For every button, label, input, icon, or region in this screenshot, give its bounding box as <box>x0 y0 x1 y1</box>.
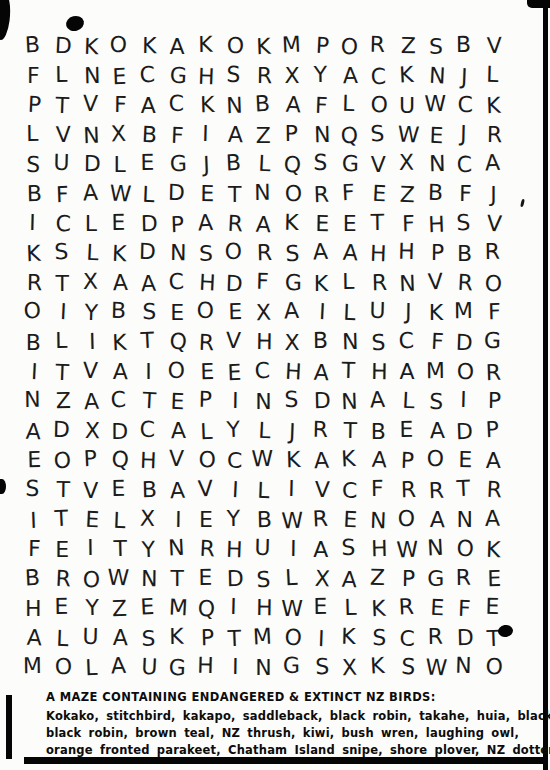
grid-cell: E <box>104 474 133 504</box>
grid-cell: I <box>190 118 219 148</box>
grid-cell: K <box>19 239 49 270</box>
grid-cell: M <box>163 593 193 624</box>
grid-cell: A <box>305 237 335 268</box>
grid-cell: E <box>132 592 162 623</box>
grid-cell: A <box>163 32 192 62</box>
grid-cell: V <box>190 473 220 504</box>
grid-cell: L <box>276 562 306 593</box>
grid-cell: K <box>479 91 509 122</box>
grid-cell: T <box>48 269 77 299</box>
page-border-top-right <box>527 0 550 8</box>
grid-cell: V <box>77 476 106 506</box>
grid-cell: V <box>161 444 190 474</box>
grid-cell: B <box>135 475 164 505</box>
grid-cell: P <box>19 90 49 121</box>
grid-cell: E <box>421 120 451 151</box>
grid-cell: A <box>276 296 306 327</box>
caption-line-1: Kokako, stitchbird, kakapo, saddleback, … <box>46 708 550 725</box>
grid-cell: V <box>307 475 336 505</box>
grid-cell: I <box>48 297 78 328</box>
grid-cell: A <box>477 148 507 179</box>
grid-cell: S <box>422 32 451 62</box>
grid-cell: P <box>190 385 219 415</box>
grid-cell: I <box>164 504 193 534</box>
grid-cell: O <box>219 237 248 267</box>
grid-cell: R <box>480 120 509 150</box>
grid-cell: O <box>391 503 420 533</box>
grid-cell: R <box>421 475 451 506</box>
grid-cell: T <box>47 357 77 388</box>
grid-cell: W <box>106 178 136 209</box>
grid-cell: F <box>363 474 392 504</box>
grid-cell: H <box>391 237 420 267</box>
grid-cell: S <box>364 327 394 358</box>
grid-cell: I <box>75 533 104 563</box>
grid-cell: A <box>106 356 135 386</box>
grid-cell: N <box>135 564 164 594</box>
grid-cell: R <box>221 208 251 239</box>
grid-cell: I <box>279 534 308 564</box>
grid-cell: K <box>135 31 164 61</box>
grid-cell: N <box>449 651 478 681</box>
grid-cell: R <box>393 475 422 505</box>
grid-cell: K <box>76 31 106 62</box>
grid-cell: K <box>333 444 363 475</box>
grid-cell: L <box>77 238 107 269</box>
grid-cell: E <box>422 593 452 624</box>
grid-cell: E <box>221 297 250 327</box>
grid-cell: Q <box>163 326 193 357</box>
grid-cell: Y <box>76 298 106 329</box>
grid-cell: O <box>335 31 365 62</box>
grid-cell: S <box>305 148 334 178</box>
grid-cell: Z <box>48 386 77 416</box>
grid-cell: D <box>133 237 162 267</box>
grid-cell: F <box>162 120 192 151</box>
grid-cell: A <box>19 622 49 653</box>
grid-cell: I <box>221 474 251 505</box>
grid-cell: R <box>479 357 509 388</box>
grid-cell: O <box>480 652 509 682</box>
grid-cell: Z <box>394 31 423 61</box>
grid-cell: P <box>392 446 422 477</box>
grid-cell: A <box>278 90 308 121</box>
grid-cell: B <box>134 119 164 150</box>
grid-cell: J <box>191 150 221 181</box>
grid-cell: D <box>220 268 250 299</box>
grid-cell: Z <box>105 594 135 625</box>
grid-cell: K <box>105 327 135 358</box>
grid-cell: A <box>307 535 336 565</box>
grid-cell: J <box>394 297 423 327</box>
grid-cell: O <box>162 355 191 385</box>
grid-cell: Q <box>191 594 221 625</box>
grid-cell: A <box>422 415 451 445</box>
grid-cell: G <box>163 149 192 179</box>
grid-cell: F <box>106 90 135 120</box>
grid-cell: F <box>248 266 277 296</box>
grid-cell: S <box>277 239 307 270</box>
grid-cell: Z <box>392 179 422 210</box>
grid-cell: X <box>278 328 307 358</box>
grid-cell: O <box>451 356 480 386</box>
scan-artifact-top-left <box>0 0 13 41</box>
grid-cell: A <box>134 91 163 121</box>
grid-cell: O <box>17 296 47 327</box>
grid-cell: B <box>104 296 133 326</box>
grid-cell: H <box>250 593 279 623</box>
grid-cell: P <box>277 119 306 149</box>
grid-cell: K <box>105 239 135 270</box>
grid-cell: T <box>132 325 162 356</box>
grid-cell: E <box>48 535 77 565</box>
grid-cell: H <box>190 651 219 681</box>
grid-cell: I <box>276 474 305 504</box>
grid-cell: R <box>250 60 279 90</box>
grid-cell: I <box>306 623 336 654</box>
grid-cell: S <box>192 239 221 269</box>
grid-cell: K <box>192 90 221 120</box>
grid-cell: S <box>334 533 363 563</box>
grid-cell: J <box>449 118 478 148</box>
grid-cell: A <box>248 209 278 240</box>
grid-cell: T <box>163 565 192 595</box>
ink-speck <box>520 199 525 207</box>
grid-cell: D <box>48 30 78 61</box>
grid-cell: G <box>336 149 365 179</box>
grid-cell: M <box>247 621 277 652</box>
grid-cell: S <box>134 624 163 654</box>
grid-cell: E <box>192 506 221 536</box>
grid-cell: I <box>307 297 337 328</box>
grid-cell: S <box>46 237 76 268</box>
grid-cell: U <box>134 652 164 683</box>
grid-cell: D <box>450 327 480 358</box>
grid-cell: F <box>306 91 336 122</box>
grid-cell: H <box>192 267 222 298</box>
grid-cell: E <box>335 210 364 240</box>
grid-cell: K <box>362 651 392 682</box>
grid-cell: S <box>249 564 279 595</box>
grid-cell: N <box>307 119 336 149</box>
grid-cell: O <box>76 564 106 595</box>
grid-cell: K <box>422 298 451 328</box>
grid-cell: A <box>75 177 105 208</box>
grid-cell: A <box>393 358 422 388</box>
grid-cell: A <box>364 445 394 476</box>
grid-cell: P <box>394 564 423 594</box>
grid-cell: L <box>393 385 423 416</box>
grid-cell: O <box>451 533 481 564</box>
grid-cell: P <box>307 30 337 61</box>
grid-cell: N <box>420 532 450 563</box>
grid-cell: G <box>277 651 306 681</box>
grid-cell: A <box>478 503 507 533</box>
grid-cell: V <box>479 208 509 239</box>
grid-cell: W <box>278 594 307 624</box>
grid-cell: O <box>278 179 307 209</box>
grid-cell: B <box>218 148 248 179</box>
grid-cell: L <box>47 326 76 356</box>
grid-cell: V <box>219 326 248 356</box>
grid-cell: N <box>422 60 452 91</box>
grid-cell: Q <box>335 120 365 151</box>
grid-cell: X <box>103 118 133 149</box>
grid-cell: R <box>391 592 421 623</box>
grid-cell: V <box>364 150 393 180</box>
grid-cell: K <box>278 445 307 475</box>
grid-cell: N <box>450 506 479 536</box>
grid-cell: L <box>248 475 278 506</box>
grid-cell: S <box>421 387 451 418</box>
word-search-grid: BDKOKAKOKMPORZSBVFLNECGHSRXYACKNJLPTVFAC… <box>19 31 508 682</box>
grid-cell: S <box>307 652 336 682</box>
grid-cell: O <box>278 622 308 653</box>
grid-cell: P <box>75 444 105 475</box>
grid-cell: A <box>76 387 106 418</box>
grid-cell: B <box>20 179 49 209</box>
grid-cell: U <box>75 622 104 652</box>
grid-cell: R <box>478 237 507 267</box>
grid-cell: L <box>76 653 106 684</box>
grid-cell: A <box>103 651 133 682</box>
scan-artifact-left <box>0 479 6 494</box>
grid-cell: R <box>479 474 509 505</box>
grid-cell: A <box>306 357 336 388</box>
grid-cell: J <box>277 416 307 447</box>
grid-cell: L <box>133 179 163 210</box>
grid-cell: W <box>392 535 422 566</box>
grid-cell: N <box>422 149 451 179</box>
grid-cell: R <box>305 414 334 444</box>
grid-cell: T <box>49 475 78 505</box>
grid-cell: P <box>192 623 221 653</box>
grid-cell: S <box>18 474 47 504</box>
grid-cell: O <box>192 445 221 475</box>
grid-cell: T <box>220 180 249 210</box>
grid-cell: C <box>451 90 480 120</box>
grid-cell: D <box>450 416 480 447</box>
grid-cell: M <box>276 29 306 60</box>
grid-cell: N <box>249 387 278 417</box>
grid-cell: B <box>17 562 47 593</box>
grid-cell: N <box>363 505 393 536</box>
grid-cell: F <box>19 62 48 92</box>
grid-cell: O <box>48 652 77 682</box>
grid-cell: U <box>46 148 75 178</box>
grid-cell: X <box>133 503 162 533</box>
grid-cell: E <box>105 61 135 92</box>
grid-cell: O <box>221 31 250 61</box>
grid-cell: X <box>335 653 365 684</box>
grid-cell: G <box>422 565 451 595</box>
grid-cell: Y <box>305 59 334 89</box>
grid-cell: R <box>420 622 449 652</box>
grid-cell: G <box>163 60 193 91</box>
grid-cell: Y <box>218 414 248 445</box>
grid-cell: G <box>478 326 507 356</box>
grid-cell: A <box>162 475 192 506</box>
grid-cell: V <box>48 119 77 149</box>
grid-cell: C <box>161 266 191 297</box>
grid-cell: B <box>450 239 479 269</box>
grid-cell: C <box>364 61 394 92</box>
grid-cell: Q <box>106 445 136 476</box>
caption-line-2: black robin, brown teal, NZ thrush, kiwi… <box>46 725 550 742</box>
grid-cell: N <box>335 387 365 418</box>
grid-cell: E <box>305 592 334 622</box>
grid-cell: S <box>393 652 423 683</box>
grid-cell: C <box>247 355 277 386</box>
grid-cell: R <box>306 179 336 210</box>
grid-cell: O <box>47 446 77 477</box>
grid-cell: L <box>105 150 134 180</box>
grid-cell: U <box>248 533 277 563</box>
grid-cell: L <box>191 416 221 447</box>
grid-cell: F <box>333 177 363 208</box>
grid-cell: B <box>250 504 279 534</box>
grid-cell: X <box>278 62 307 92</box>
grid-cell: T <box>47 91 77 122</box>
grid-cell: E <box>192 179 221 209</box>
grid-cell: R <box>449 563 478 593</box>
grid-cell: S <box>448 207 478 238</box>
grid-cell: A <box>106 623 135 653</box>
grid-cell: U <box>393 91 422 121</box>
grid-cell: L <box>334 267 363 297</box>
grid-cell: R <box>365 267 394 297</box>
grid-cell: E <box>307 208 336 238</box>
grid-cell: S <box>362 118 392 149</box>
page-border-bottom-left <box>6 695 12 759</box>
grid-cell: O <box>190 296 219 326</box>
grid-cell: E <box>133 148 162 178</box>
grid-cell: Y <box>134 535 164 566</box>
grid-cell: D <box>161 178 190 208</box>
grid-cell: R <box>305 503 335 534</box>
grid-cell: K <box>334 622 363 652</box>
grid-cell: C <box>450 150 480 181</box>
grid-cell: C <box>132 59 162 90</box>
grid-cell: J <box>479 180 508 210</box>
grid-cell: R <box>250 238 279 268</box>
grid-cell: L <box>478 59 507 89</box>
grid-cell: L <box>18 119 47 149</box>
grid-cell: W <box>421 653 451 684</box>
grid-cell: C <box>391 325 421 356</box>
grid-cell: Z <box>363 562 392 592</box>
grid-cell: F <box>393 208 422 238</box>
grid-cell: M <box>449 296 478 326</box>
grid-cell: L <box>249 415 279 446</box>
grid-cell: K <box>276 207 305 237</box>
grid-cell: S <box>277 385 306 415</box>
grid-cell: H <box>365 356 394 386</box>
grid-cell: R <box>192 533 222 564</box>
grid-cell: C <box>220 446 249 476</box>
grid-cell: B <box>364 417 393 447</box>
grid-cell: O <box>420 444 449 474</box>
grid-cell: I <box>19 356 49 387</box>
grid-cell: C <box>393 624 422 654</box>
grid-cell: E <box>190 563 219 593</box>
grid-cell: A <box>18 416 48 447</box>
grid-cell: C <box>162 89 191 119</box>
grid-cell: H <box>220 535 250 566</box>
grid-cell: N <box>18 385 47 415</box>
grid-cell: S <box>18 150 48 181</box>
grid-cell: L <box>335 298 365 329</box>
grid-cell: C <box>103 384 133 415</box>
grid-cell: Z <box>249 121 278 151</box>
grid-cell: J <box>450 61 480 92</box>
grid-cell: I <box>19 505 49 536</box>
grid-cell: E <box>192 356 221 386</box>
grid-cell: K <box>364 594 394 625</box>
grid-cell: W <box>277 505 307 536</box>
grid-cell: C <box>49 208 78 238</box>
grid-cell: A <box>335 564 365 595</box>
grid-cell: P <box>162 209 192 240</box>
grid-cell: I <box>221 652 250 682</box>
grid-cell: A <box>336 238 366 269</box>
grid-cell: P <box>422 238 451 268</box>
grid-cell: O <box>478 268 508 299</box>
grid-cell: X <box>392 148 421 178</box>
grid-cell: E <box>451 445 480 475</box>
grid-cell: E <box>220 357 250 388</box>
grid-cell: S <box>135 297 164 327</box>
grid-cell: T <box>448 473 478 504</box>
grid-cell: I <box>77 327 106 357</box>
grid-cell: F <box>450 594 480 625</box>
grid-cell: U <box>363 296 392 326</box>
grid-cell: K <box>190 30 219 60</box>
grid-cell: F <box>480 297 509 327</box>
grid-cell: A <box>362 384 392 415</box>
grid-cell: R <box>451 267 481 298</box>
grid-cell: N <box>77 60 106 90</box>
grid-cell: B <box>17 29 47 60</box>
grid-cell: A <box>306 446 336 477</box>
grid-cell: H <box>421 209 451 240</box>
grid-cell: H <box>19 594 48 624</box>
grid-cell: B <box>449 30 478 60</box>
worksheet-page: BDKOKAKOKMPORZSBVFLNECGHSRXYACKNJLPTVFAC… <box>0 0 550 770</box>
grid-cell: B <box>420 178 449 208</box>
grid-cell: W <box>104 562 133 592</box>
grid-cell: B <box>247 89 277 120</box>
grid-cell: W <box>248 444 277 474</box>
grid-cell: B <box>305 326 334 356</box>
grid-cell: A <box>336 60 365 90</box>
grid-cell: T <box>106 534 135 564</box>
grid-cell: X <box>77 416 106 446</box>
grid-cell: T <box>134 385 164 416</box>
grid-cell: A <box>106 267 135 297</box>
grid-cell: Y <box>219 503 248 533</box>
grid-cell: B <box>19 328 48 358</box>
grid-cell: V <box>420 266 450 297</box>
grid-cell: K <box>391 59 421 90</box>
grid-cell: O <box>365 90 394 120</box>
grid-cell: Y <box>77 593 106 623</box>
grid-cell: N <box>336 327 365 357</box>
grid-cell: I <box>449 385 478 415</box>
grid-cell: E <box>104 207 133 237</box>
grid-cell: N <box>76 120 106 151</box>
grid-cell: I <box>221 386 250 416</box>
